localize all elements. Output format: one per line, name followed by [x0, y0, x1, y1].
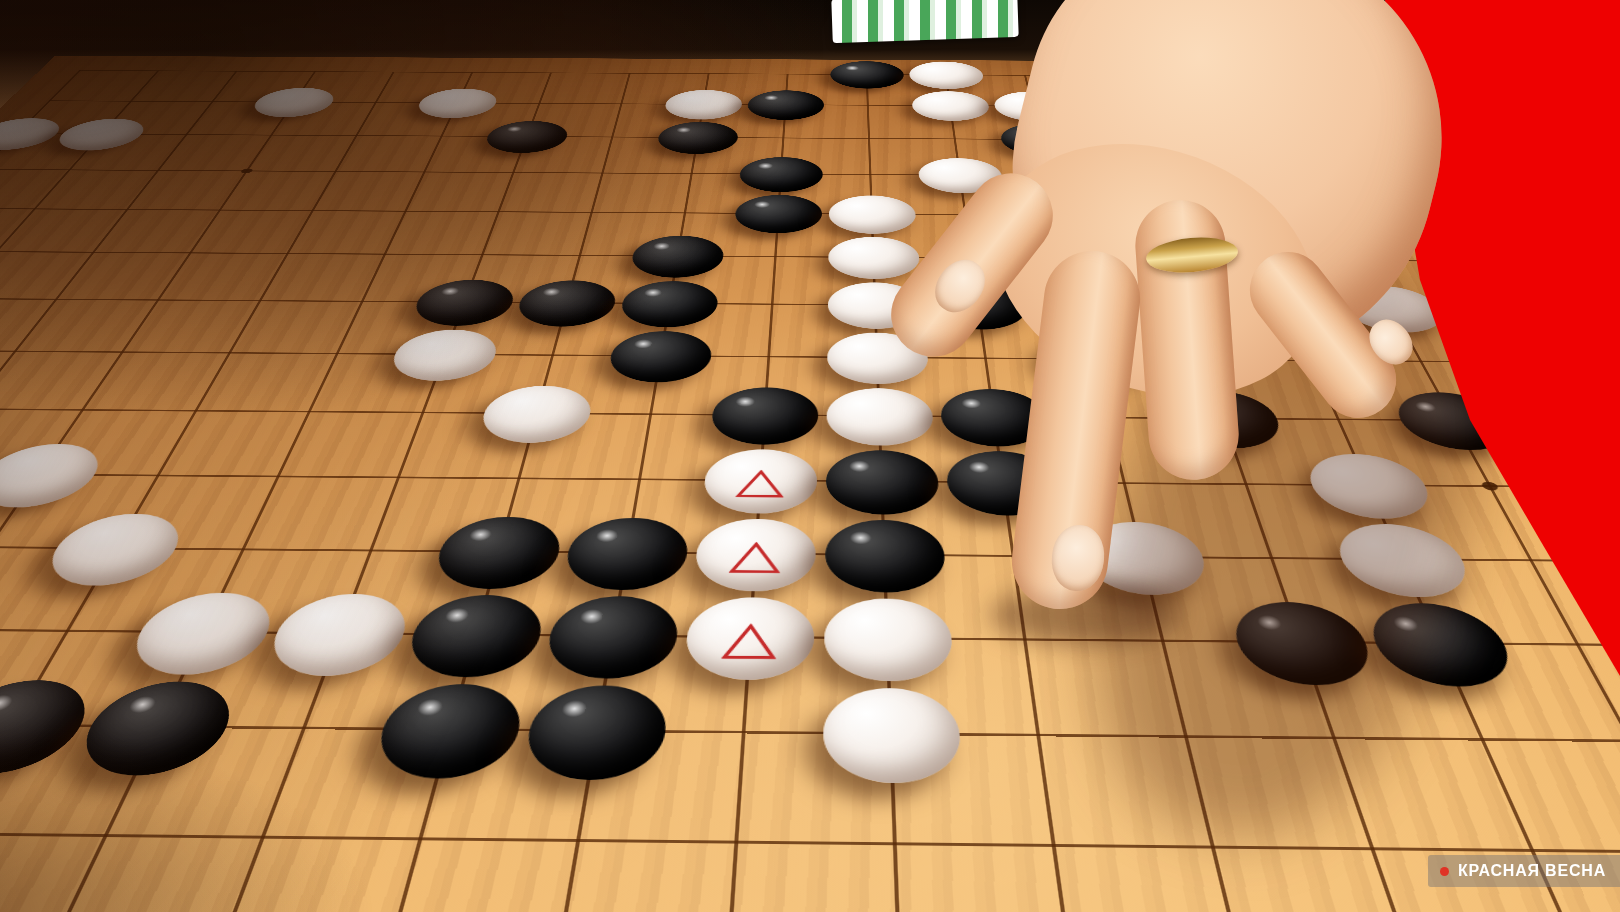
watermark-text: КРАСНАЯ ВЕСНА: [1458, 862, 1606, 880]
black-stone: [738, 157, 823, 192]
board-plane: △△△: [0, 56, 1620, 912]
triangle-mark: △: [701, 449, 817, 514]
watermark-badge: КРАСНАЯ ВЕСНА: [1428, 855, 1620, 887]
go-board: △△△: [0, 0, 1620, 912]
black-stone: [830, 61, 905, 89]
triangle-mark: △: [682, 597, 815, 680]
go-photo-scene: △△△ КРАСНАЯ ВЕСНА: [0, 0, 1620, 912]
black-stone: [746, 90, 824, 120]
white-stone-triangle-marked: △: [701, 449, 817, 514]
white-stone: [828, 195, 916, 234]
white-stone-triangle-marked: △: [682, 597, 815, 680]
triangle-mark: △: [692, 518, 816, 591]
white-stone-triangle-marked: △: [692, 518, 816, 591]
watermark-red-dot-icon: [1440, 867, 1449, 876]
